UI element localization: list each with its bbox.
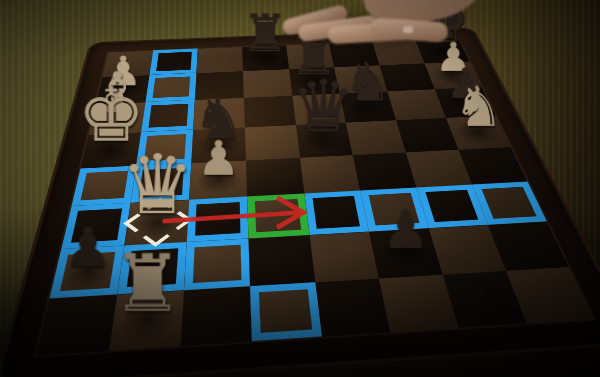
- square-e1[interactable]: [315, 279, 391, 337]
- fingernail: [403, 26, 413, 33]
- square-e4[interactable]: [300, 155, 361, 194]
- square-d2[interactable]: [248, 236, 315, 287]
- chess-board[interactable]: ♟♝♚♟♛♜♟♞♜♚♜♞♟♛♞♟♟: [0, 27, 600, 377]
- chess-3d-scene: ♟♝♚♟♛♜♟♞♜♚♜♞♟♛♞♟♟: [0, 0, 600, 377]
- target-square-highlight-d3[interactable]: [247, 194, 309, 239]
- legal-move-highlight-d1[interactable]: [250, 282, 322, 341]
- opponent-hand: [268, 0, 463, 60]
